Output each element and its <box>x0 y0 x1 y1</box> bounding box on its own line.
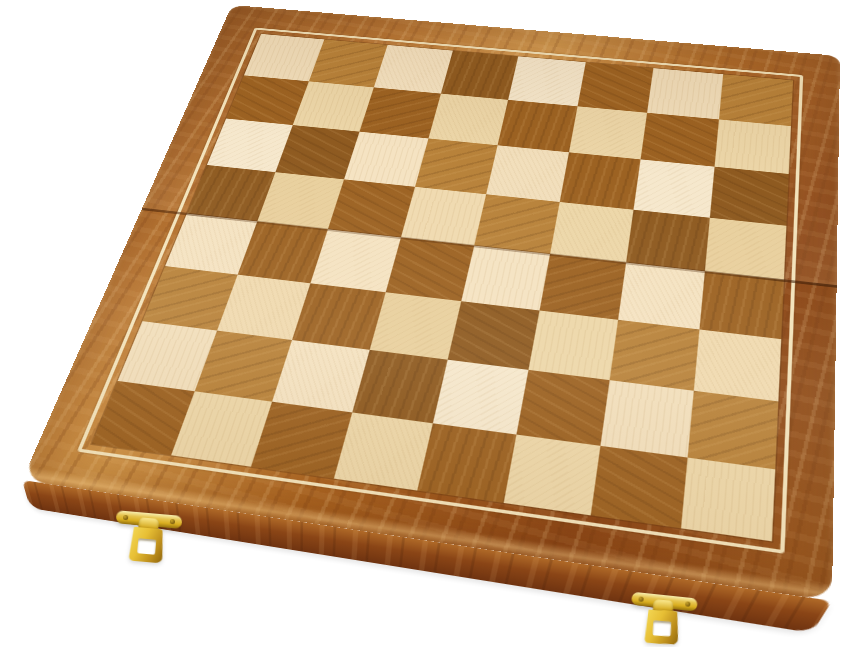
latch-screw <box>638 596 643 601</box>
square-h6 <box>709 167 788 226</box>
square-g3 <box>610 319 699 390</box>
square-c8 <box>374 45 452 93</box>
square-e8 <box>508 56 585 106</box>
square-h2 <box>687 391 778 469</box>
square-f2 <box>516 370 610 446</box>
square-d4 <box>385 237 474 300</box>
square-d8 <box>441 51 519 100</box>
square-f1 <box>503 434 601 515</box>
square-e5 <box>474 194 559 254</box>
product-photo-canvas <box>0 0 850 647</box>
square-e7 <box>498 100 578 153</box>
square-f4 <box>539 254 626 319</box>
square-f7 <box>568 106 647 159</box>
square-d5 <box>400 186 486 245</box>
square-f3 <box>528 310 618 380</box>
square-d2 <box>352 350 448 423</box>
latch-hasp <box>644 599 680 645</box>
square-f6 <box>559 152 640 209</box>
square-h4 <box>699 271 784 338</box>
square-h8 <box>718 74 793 126</box>
latch-hasp-hole <box>653 621 672 637</box>
latch-screw <box>123 515 128 520</box>
square-g6 <box>634 159 714 217</box>
brass-latch-left <box>112 510 183 576</box>
square-h3 <box>693 329 781 402</box>
square-h7 <box>714 119 791 174</box>
square-e1 <box>417 423 516 503</box>
square-h1 <box>680 457 775 541</box>
brass-latch-right <box>626 592 698 647</box>
square-g1 <box>591 445 687 528</box>
square-d3 <box>369 292 461 360</box>
playing-field <box>92 34 793 541</box>
square-e4 <box>461 246 549 310</box>
square-f8 <box>577 62 653 112</box>
latch-hasp <box>128 517 166 564</box>
latch-hasp-hole <box>137 538 156 555</box>
latch-screw <box>170 519 175 524</box>
latch-screw <box>685 601 690 606</box>
square-d1 <box>333 412 433 491</box>
square-d7 <box>428 93 508 145</box>
square-g8 <box>647 68 722 119</box>
square-c7 <box>360 87 441 138</box>
square-e3 <box>448 301 539 370</box>
square-g4 <box>618 263 704 329</box>
square-h5 <box>704 217 786 280</box>
square-d6 <box>415 138 498 193</box>
square-g7 <box>641 112 719 166</box>
square-f5 <box>549 202 633 263</box>
square-c6 <box>344 132 428 187</box>
square-g5 <box>626 209 709 271</box>
square-e2 <box>433 360 528 434</box>
square-g2 <box>601 380 694 457</box>
square-e6 <box>486 145 568 201</box>
